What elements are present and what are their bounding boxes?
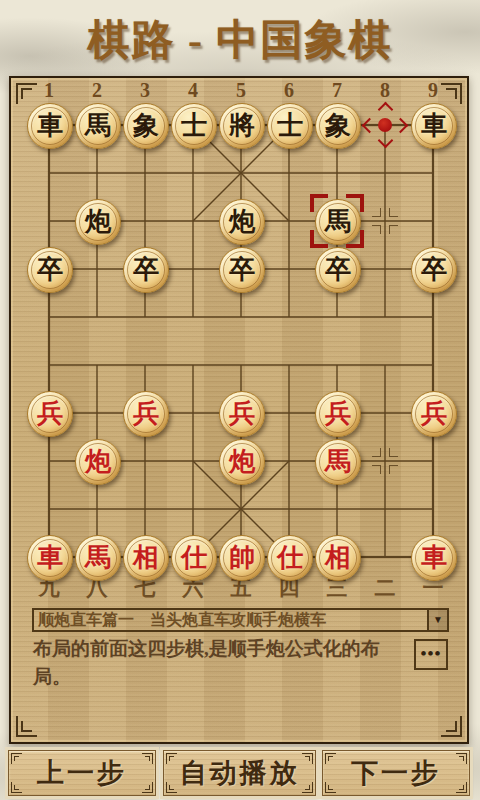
xiangqi-piece-black-象[interactable]: 象	[315, 103, 361, 149]
xiangqi-piece-red-車[interactable]: 車	[411, 535, 457, 581]
xiangqi-piece-red-兵[interactable]: 兵	[411, 391, 457, 437]
piece-glyph: 兵	[220, 392, 264, 436]
lattice-corner-icon	[10, 752, 24, 766]
lattice-corner-icon	[165, 752, 179, 766]
piece-glyph: 兵	[316, 392, 360, 436]
xiangqi-piece-black-士[interactable]: 士	[171, 103, 217, 149]
piece-glyph: 仕	[172, 536, 216, 580]
lattice-corner-icon	[140, 780, 154, 794]
lattice-corner-icon	[454, 752, 468, 766]
xiangqi-piece-black-卒[interactable]: 卒	[411, 247, 457, 293]
next-step-label: 下一步	[351, 758, 441, 788]
xiangqi-piece-black-炮[interactable]: 炮	[75, 199, 121, 245]
board-coordinate-top: 3	[121, 79, 169, 101]
piece-glyph: 車	[412, 536, 456, 580]
previous-step-button[interactable]: 上一步	[8, 750, 156, 796]
board-panel: 123456789九八七六五四三二一車馬象士將士象車炮炮馬卒卒卒卒卒兵兵兵兵兵炮…	[9, 76, 469, 744]
xiangqi-piece-red-馬[interactable]: 馬	[75, 535, 121, 581]
previous-step-label: 上一步	[37, 758, 127, 788]
autoplay-label: 自动播放	[180, 758, 300, 788]
board-coordinate-top: 1	[25, 79, 73, 101]
xiangqi-piece-red-馬[interactable]: 馬	[315, 439, 361, 485]
xiangqi-piece-black-炮[interactable]: 炮	[219, 199, 265, 245]
piece-glyph: 兵	[28, 392, 72, 436]
lattice-corner-icon	[300, 780, 314, 794]
lattice-corner-icon	[300, 752, 314, 766]
piece-glyph: 卒	[124, 248, 168, 292]
xiangqi-piece-black-卒[interactable]: 卒	[27, 247, 73, 293]
xiangqi-piece-black-車[interactable]: 車	[27, 103, 73, 149]
board-coordinate-top: 2	[73, 79, 121, 101]
next-step-button[interactable]: 下一步	[322, 750, 470, 796]
xiangqi-piece-red-車[interactable]: 車	[27, 535, 73, 581]
selected-piece-brackets	[310, 194, 364, 248]
board-coordinate-top: 9	[409, 79, 457, 101]
piece-glyph: 仕	[268, 536, 312, 580]
piece-glyph: 車	[412, 104, 456, 148]
xiangqi-piece-red-炮[interactable]: 炮	[75, 439, 121, 485]
piece-glyph: 炮	[220, 440, 264, 484]
xiangqi-piece-red-兵[interactable]: 兵	[219, 391, 265, 437]
board-coordinate-top: 7	[313, 79, 361, 101]
piece-glyph: 士	[172, 104, 216, 148]
xiangqi-piece-black-卒[interactable]: 卒	[219, 247, 265, 293]
piece-glyph: 卒	[220, 248, 264, 292]
lesson-select[interactable]: 顺炮直车篇一 当头炮直车攻顺手炮横车 ▼	[32, 608, 449, 632]
xiangqi-piece-red-相[interactable]: 相	[315, 535, 361, 581]
lesson-description: 布局的前面这四步棋,是顺手炮公式化的布局。	[33, 635, 411, 691]
xiangqi-piece-red-兵[interactable]: 兵	[27, 391, 73, 437]
xiangqi-piece-black-卒[interactable]: 卒	[315, 247, 361, 293]
xiangqi-piece-black-卒[interactable]: 卒	[123, 247, 169, 293]
piece-glyph: 炮	[76, 200, 120, 244]
board-coordinate-top: 6	[265, 79, 313, 101]
lattice-corner-icon	[10, 780, 24, 794]
piece-glyph: 士	[268, 104, 312, 148]
page-title: 棋路 - 中国象棋	[0, 12, 480, 68]
piece-glyph: 炮	[76, 440, 120, 484]
xiangqi-piece-red-炮[interactable]: 炮	[219, 439, 265, 485]
move-origin-marker	[365, 105, 405, 145]
piece-glyph: 炮	[220, 200, 264, 244]
xiangqi-piece-black-車[interactable]: 車	[411, 103, 457, 149]
chevron-down-icon[interactable]: ▼	[427, 610, 447, 630]
board-coordinate-bottom: 二	[361, 575, 409, 601]
piece-glyph: 相	[316, 536, 360, 580]
piece-glyph: 象	[124, 104, 168, 148]
app-background: 棋路 - 中国象棋 123456789九八七六五四三二一車馬象士將士象車炮炮馬卒…	[0, 0, 480, 800]
piece-glyph: 車	[28, 104, 72, 148]
piece-glyph: 馬	[76, 104, 120, 148]
board-coordinate-top: 5	[217, 79, 265, 101]
autoplay-button[interactable]: 自动播放	[163, 750, 316, 796]
piece-glyph: 車	[28, 536, 72, 580]
more-button[interactable]: •••	[414, 639, 448, 670]
piece-glyph: 卒	[412, 248, 456, 292]
lattice-corner-icon	[454, 780, 468, 794]
xiangqi-piece-black-士[interactable]: 士	[267, 103, 313, 149]
xiangqi-piece-red-帥[interactable]: 帥	[219, 535, 265, 581]
xiangqi-piece-red-仕[interactable]: 仕	[267, 535, 313, 581]
lattice-corner-icon	[324, 752, 338, 766]
xiangqi-piece-black-將[interactable]: 將	[219, 103, 265, 149]
lattice-corner-icon	[140, 752, 154, 766]
xiangqi-piece-red-兵[interactable]: 兵	[123, 391, 169, 437]
piece-glyph: 兵	[412, 392, 456, 436]
lattice-corner-icon	[324, 780, 338, 794]
piece-glyph: 卒	[28, 248, 72, 292]
point-marker-icon	[372, 208, 398, 234]
piece-glyph: 卒	[316, 248, 360, 292]
piece-glyph: 帥	[220, 536, 264, 580]
piece-glyph: 相	[124, 536, 168, 580]
xiangqi-piece-red-相[interactable]: 相	[123, 535, 169, 581]
xiangqi-piece-red-仕[interactable]: 仕	[171, 535, 217, 581]
piece-glyph: 象	[316, 104, 360, 148]
xiangqi-piece-red-兵[interactable]: 兵	[315, 391, 361, 437]
board-coordinate-top: 8	[361, 79, 409, 101]
piece-glyph: 兵	[124, 392, 168, 436]
piece-glyph: 馬	[76, 536, 120, 580]
xiangqi-piece-black-馬[interactable]: 馬	[75, 103, 121, 149]
board-coordinate-top: 4	[169, 79, 217, 101]
piece-glyph: 將	[220, 104, 264, 148]
xiangqi-piece-black-象[interactable]: 象	[123, 103, 169, 149]
lesson-select-value: 顺炮直车篇一 当头炮直车攻顺手炮横车	[38, 611, 326, 628]
point-marker-icon	[372, 448, 398, 474]
piece-glyph: 馬	[316, 440, 360, 484]
lattice-corner-icon	[165, 780, 179, 794]
